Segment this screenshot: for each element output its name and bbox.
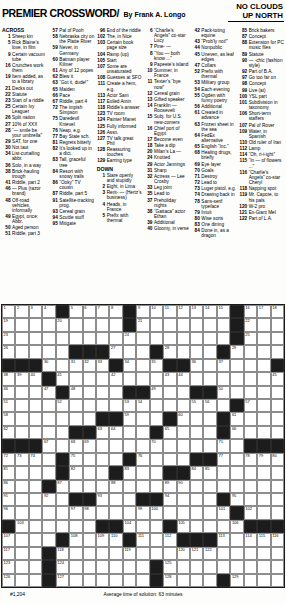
white-square-r9c19[interactable] bbox=[244, 412, 257, 425]
white-square-r15c16[interactable] bbox=[203, 493, 216, 506]
white-square-r17c11[interactable] bbox=[136, 520, 149, 533]
white-square-r8c6[interactable] bbox=[69, 399, 82, 412]
white-square-r4c2[interactable] bbox=[15, 345, 28, 358]
white-square-r8c3[interactable] bbox=[29, 399, 42, 412]
white-square-r19c16[interactable]: 122 bbox=[203, 547, 216, 560]
white-square-r9c1[interactable]: 58 bbox=[2, 412, 15, 425]
white-square-r17c7[interactable] bbox=[83, 520, 96, 533]
white-square-r1c7[interactable]: 6 bbox=[83, 305, 96, 318]
white-square-r5c20[interactable] bbox=[257, 359, 270, 372]
white-square-r21c19[interactable] bbox=[244, 574, 257, 587]
white-square-r4c11[interactable] bbox=[136, 345, 149, 358]
white-square-r16c12[interactable]: 100 bbox=[150, 506, 163, 519]
white-square-r19c11[interactable] bbox=[136, 547, 149, 560]
white-square-r15c4[interactable]: 92 bbox=[42, 493, 55, 506]
white-square-r20c14[interactable] bbox=[177, 560, 190, 573]
white-square-r11c16[interactable] bbox=[203, 439, 216, 452]
white-square-r2c21[interactable] bbox=[271, 318, 284, 331]
white-square-r3c14[interactable] bbox=[177, 332, 190, 345]
white-square-r16c21[interactable] bbox=[271, 506, 284, 519]
white-square-r15c1[interactable]: 91 bbox=[2, 493, 15, 506]
white-square-r17c18[interactable]: 106 bbox=[230, 520, 243, 533]
white-square-r12c14[interactable] bbox=[177, 453, 190, 466]
white-square-r11c8[interactable] bbox=[96, 439, 109, 452]
white-square-r4c3[interactable] bbox=[29, 345, 42, 358]
white-square-r13c20[interactable] bbox=[257, 466, 270, 479]
white-square-r10c9[interactable]: 64 bbox=[109, 426, 122, 439]
white-square-r8c5[interactable]: 52 bbox=[56, 399, 69, 412]
white-square-r10c18[interactable]: 66 bbox=[230, 426, 243, 439]
white-square-r16c1[interactable]: 96 bbox=[2, 506, 15, 519]
white-square-r3c15[interactable] bbox=[190, 332, 203, 345]
white-square-r11c12[interactable]: 70 bbox=[150, 439, 163, 452]
white-square-r3c12[interactable] bbox=[150, 332, 163, 345]
white-square-r9c20[interactable] bbox=[257, 412, 270, 425]
white-square-r21c11[interactable] bbox=[136, 574, 149, 587]
white-square-r1c16[interactable]: 14 bbox=[203, 305, 216, 318]
white-square-r14c11[interactable] bbox=[136, 480, 149, 493]
white-square-r3c7[interactable] bbox=[83, 332, 96, 345]
white-square-r19c7[interactable] bbox=[83, 547, 96, 560]
white-square-r2c7[interactable] bbox=[83, 318, 96, 331]
white-square-r14c8[interactable] bbox=[96, 480, 109, 493]
white-square-r11c7[interactable]: 69 bbox=[83, 439, 96, 452]
white-square-r20c9[interactable] bbox=[109, 560, 122, 573]
white-square-r18c11[interactable]: 111 bbox=[136, 533, 149, 546]
white-square-r2c6[interactable] bbox=[69, 318, 82, 331]
white-square-r6c20[interactable] bbox=[257, 372, 270, 385]
white-square-r8c10[interactable]: 53 bbox=[123, 399, 136, 412]
white-square-r21c10[interactable] bbox=[123, 574, 136, 587]
white-square-r17c5[interactable] bbox=[56, 520, 69, 533]
white-square-r10c5[interactable] bbox=[56, 426, 69, 439]
white-square-r10c21[interactable] bbox=[271, 426, 284, 439]
white-square-r7c4[interactable]: 47 bbox=[42, 386, 55, 399]
white-square-r19c8[interactable] bbox=[96, 547, 109, 560]
white-square-r3c20[interactable] bbox=[257, 332, 270, 345]
white-square-r18c3[interactable] bbox=[29, 533, 42, 546]
white-square-r20c5[interactable]: 124 bbox=[56, 560, 69, 573]
white-square-r8c15[interactable]: 55 bbox=[190, 399, 203, 412]
white-square-r17c12[interactable] bbox=[150, 520, 163, 533]
white-square-r3c5[interactable] bbox=[56, 332, 69, 345]
white-square-r8c4[interactable] bbox=[42, 399, 55, 412]
white-square-r13c17[interactable] bbox=[217, 466, 230, 479]
white-square-r19c21[interactable] bbox=[271, 547, 284, 560]
white-square-r16c9[interactable] bbox=[109, 506, 122, 519]
white-square-r2c4[interactable] bbox=[42, 318, 55, 331]
white-square-r4c9[interactable]: 27 bbox=[109, 345, 122, 358]
white-square-r8c19[interactable]: 57 bbox=[244, 399, 257, 412]
white-square-r3c16[interactable] bbox=[203, 332, 216, 345]
white-square-r11c11[interactable] bbox=[136, 439, 149, 452]
white-square-r9c11[interactable] bbox=[136, 412, 149, 425]
white-square-r6c16[interactable] bbox=[203, 372, 216, 385]
white-square-r18c12[interactable] bbox=[150, 533, 163, 546]
white-square-r16c4[interactable] bbox=[42, 506, 55, 519]
white-square-r6c18[interactable] bbox=[230, 372, 243, 385]
white-square-r12c3[interactable]: 74 bbox=[29, 453, 42, 466]
white-square-r1c3[interactable]: 3 bbox=[29, 305, 42, 318]
white-square-r13c8[interactable] bbox=[96, 466, 109, 479]
white-square-r17c2[interactable]: 103 bbox=[15, 520, 28, 533]
white-square-r20c17[interactable] bbox=[217, 560, 230, 573]
white-square-r15c3[interactable] bbox=[29, 493, 42, 506]
white-square-r18c6[interactable]: 108 bbox=[69, 533, 82, 546]
white-square-r6c5[interactable]: 41 bbox=[56, 372, 69, 385]
white-square-r14c21[interactable] bbox=[271, 480, 284, 493]
white-square-r17c17[interactable] bbox=[217, 520, 230, 533]
white-square-r1c4[interactable]: 4 bbox=[42, 305, 55, 318]
white-square-r11c13[interactable] bbox=[163, 439, 176, 452]
white-square-r16c3[interactable] bbox=[29, 506, 42, 519]
white-square-r9c7[interactable] bbox=[83, 412, 96, 425]
white-square-r6c2[interactable]: 39 bbox=[15, 372, 28, 385]
white-square-r15c15[interactable] bbox=[190, 493, 203, 506]
white-square-r13c10[interactable]: 83 bbox=[123, 466, 136, 479]
white-square-r8c12[interactable] bbox=[150, 399, 163, 412]
white-square-r14c6[interactable] bbox=[69, 480, 82, 493]
white-square-r12c1[interactable]: 72 bbox=[2, 453, 15, 466]
white-square-r4c19[interactable] bbox=[244, 345, 257, 358]
white-square-r14c3[interactable] bbox=[29, 480, 42, 493]
white-square-r5c8[interactable]: 33 bbox=[96, 359, 109, 372]
white-square-r20c7[interactable] bbox=[83, 560, 96, 573]
white-square-r6c10[interactable] bbox=[123, 372, 136, 385]
white-square-r13c15[interactable]: 84 bbox=[190, 466, 203, 479]
white-square-r21c16[interactable] bbox=[203, 574, 216, 587]
white-square-r1c11[interactable]: 9 bbox=[136, 305, 149, 318]
white-square-r6c3[interactable]: 40 bbox=[29, 372, 42, 385]
white-square-r9c4[interactable] bbox=[42, 412, 55, 425]
white-square-r15c5[interactable] bbox=[56, 493, 69, 506]
white-square-r7c18[interactable] bbox=[230, 386, 243, 399]
white-square-r18c2[interactable] bbox=[15, 533, 28, 546]
white-square-r14c1[interactable]: 86 bbox=[2, 480, 15, 493]
white-square-r6c8[interactable] bbox=[96, 372, 109, 385]
white-square-r19c6[interactable] bbox=[69, 547, 82, 560]
white-square-r21c1[interactable]: 126 bbox=[2, 574, 15, 587]
white-square-r3c9[interactable] bbox=[109, 332, 122, 345]
white-square-r13c6[interactable]: 82 bbox=[69, 466, 82, 479]
white-square-r12c11[interactable]: 76 bbox=[136, 453, 149, 466]
white-square-r14c20[interactable] bbox=[257, 480, 270, 493]
white-square-r5c10[interactable]: 34 bbox=[123, 359, 136, 372]
white-square-r1c21[interactable]: 18 bbox=[271, 305, 284, 318]
white-square-r3c10[interactable]: 24 bbox=[123, 332, 136, 345]
white-square-r15c2[interactable] bbox=[15, 493, 28, 506]
white-square-r18c18[interactable] bbox=[230, 533, 243, 546]
white-square-r13c3[interactable] bbox=[29, 466, 42, 479]
white-square-r14c10[interactable] bbox=[123, 480, 136, 493]
white-square-r7c17[interactable]: 50 bbox=[217, 386, 230, 399]
white-square-r2c20[interactable] bbox=[257, 318, 270, 331]
white-square-r21c9[interactable] bbox=[109, 574, 122, 587]
white-square-r11c18[interactable] bbox=[230, 439, 243, 452]
white-square-r1c14[interactable]: 12 bbox=[177, 305, 190, 318]
white-square-r5c12[interactable]: 35 bbox=[150, 359, 163, 372]
white-square-r9c10[interactable]: 59 bbox=[123, 412, 136, 425]
white-square-r9c6[interactable] bbox=[69, 412, 82, 425]
white-square-r2c15[interactable] bbox=[190, 318, 203, 331]
white-square-r18c20[interactable]: 115 bbox=[257, 533, 270, 546]
white-square-r4c14[interactable] bbox=[177, 345, 190, 358]
white-square-r21c14[interactable] bbox=[177, 574, 190, 587]
white-square-r4c21[interactable] bbox=[271, 345, 284, 358]
white-square-r11c14[interactable] bbox=[177, 439, 190, 452]
white-square-r8c9[interactable] bbox=[109, 399, 122, 412]
white-square-r7c14[interactable] bbox=[177, 386, 190, 399]
white-square-r15c10[interactable] bbox=[123, 493, 136, 506]
white-square-r4c5[interactable] bbox=[56, 345, 69, 358]
white-square-r9c3[interactable] bbox=[29, 412, 42, 425]
white-square-r8c8[interactable] bbox=[96, 399, 109, 412]
white-square-r12c17[interactable]: 77 bbox=[217, 453, 230, 466]
white-square-r16c7[interactable]: 98 bbox=[83, 506, 96, 519]
white-square-r1c20[interactable]: 17 bbox=[257, 305, 270, 318]
white-square-r7c1[interactable]: 46 bbox=[2, 386, 15, 399]
white-square-r21c18[interactable]: 129 bbox=[230, 574, 243, 587]
white-square-r10c15[interactable] bbox=[190, 426, 203, 439]
white-square-r20c11[interactable] bbox=[136, 560, 149, 573]
white-square-r9c16[interactable] bbox=[203, 412, 216, 425]
white-square-r13c19[interactable] bbox=[244, 466, 257, 479]
white-square-r14c19[interactable] bbox=[244, 480, 257, 493]
white-square-r12c21[interactable]: 80 bbox=[271, 453, 284, 466]
white-square-r6c13[interactable]: 43 bbox=[163, 372, 176, 385]
white-square-r6c14[interactable]: 44 bbox=[177, 372, 190, 385]
white-square-r2c2[interactable] bbox=[15, 318, 28, 331]
white-square-r14c12[interactable] bbox=[150, 480, 163, 493]
white-square-r6c11[interactable] bbox=[136, 372, 149, 385]
white-square-r20c15[interactable] bbox=[190, 560, 203, 573]
white-square-r15c20[interactable] bbox=[257, 493, 270, 506]
white-square-r10c11[interactable] bbox=[136, 426, 149, 439]
white-square-r12c8[interactable] bbox=[96, 453, 109, 466]
white-square-r8c14[interactable] bbox=[177, 399, 190, 412]
white-square-r5c18[interactable] bbox=[230, 359, 243, 372]
white-square-r17c14[interactable]: 105 bbox=[177, 520, 190, 533]
white-square-r13c21[interactable] bbox=[271, 466, 284, 479]
white-square-r11c17[interactable]: 71 bbox=[217, 439, 230, 452]
white-square-r2c17[interactable] bbox=[217, 318, 230, 331]
white-square-r8c20[interactable] bbox=[257, 399, 270, 412]
white-square-r19c9[interactable] bbox=[109, 547, 122, 560]
white-square-r12c12[interactable] bbox=[150, 453, 163, 466]
white-square-r18c21[interactable]: 116 bbox=[271, 533, 284, 546]
white-square-r3c13[interactable] bbox=[163, 332, 176, 345]
white-square-r5c4[interactable]: 30 bbox=[42, 359, 55, 372]
white-square-r21c8[interactable] bbox=[96, 574, 109, 587]
white-square-r11c6[interactable]: 68 bbox=[69, 439, 82, 452]
white-square-r12c6[interactable]: 75 bbox=[69, 453, 82, 466]
white-square-r8c7[interactable] bbox=[83, 399, 96, 412]
white-square-r16c6[interactable]: 97 bbox=[69, 506, 82, 519]
white-square-r20c20[interactable] bbox=[257, 560, 270, 573]
white-square-r4c20[interactable] bbox=[257, 345, 270, 358]
white-square-r7c6[interactable]: 48 bbox=[69, 386, 82, 399]
white-square-r3c2[interactable] bbox=[15, 332, 28, 345]
white-square-r5c11[interactable] bbox=[136, 359, 149, 372]
white-square-r7c2[interactable] bbox=[15, 386, 28, 399]
white-square-r16c17[interactable]: 101 bbox=[217, 506, 230, 519]
white-square-r12c19[interactable]: 78 bbox=[244, 453, 257, 466]
white-square-r21c5[interactable]: 127 bbox=[56, 574, 69, 587]
white-square-r7c19[interactable] bbox=[244, 386, 257, 399]
white-square-r6c19[interactable] bbox=[244, 372, 257, 385]
white-square-r19c17[interactable] bbox=[217, 547, 230, 560]
white-square-r16c5[interactable] bbox=[56, 506, 69, 519]
white-square-r19c2[interactable] bbox=[15, 547, 28, 560]
white-square-r2c1[interactable]: 19 bbox=[2, 318, 15, 331]
white-square-r2c11[interactable]: 21 bbox=[136, 318, 149, 331]
white-square-r10c8[interactable]: 63 bbox=[96, 426, 109, 439]
white-square-r3c1[interactable]: 23 bbox=[2, 332, 15, 345]
white-square-r13c2[interactable] bbox=[15, 466, 28, 479]
white-square-r9c18[interactable]: 61 bbox=[230, 412, 243, 425]
white-square-r20c3[interactable] bbox=[29, 560, 42, 573]
white-square-r3c6[interactable] bbox=[69, 332, 82, 345]
white-square-r9c12[interactable] bbox=[150, 412, 163, 425]
white-square-r7c13[interactable] bbox=[163, 386, 176, 399]
white-square-r12c13[interactable] bbox=[163, 453, 176, 466]
white-square-r2c13[interactable] bbox=[163, 318, 176, 331]
white-square-r1c2[interactable]: 2 bbox=[15, 305, 28, 318]
white-square-r12c7[interactable] bbox=[83, 453, 96, 466]
white-square-r4c13[interactable]: 28 bbox=[163, 345, 176, 358]
white-square-r15c21[interactable] bbox=[271, 493, 284, 506]
white-square-r7c9[interactable] bbox=[109, 386, 122, 399]
white-square-r1c6[interactable]: 5 bbox=[69, 305, 82, 318]
white-square-r13c18[interactable] bbox=[230, 466, 243, 479]
white-square-r17c16[interactable] bbox=[203, 520, 216, 533]
white-square-r14c17[interactable] bbox=[217, 480, 230, 493]
white-square-r1c12[interactable]: 10 bbox=[150, 305, 163, 318]
white-square-r19c20[interactable] bbox=[257, 547, 270, 560]
white-square-r16c14[interactable] bbox=[177, 506, 190, 519]
white-square-r4c18[interactable]: 29 bbox=[230, 345, 243, 358]
white-square-r3c19[interactable]: 25 bbox=[244, 332, 257, 345]
white-square-r9c21[interactable] bbox=[271, 412, 284, 425]
white-square-r13c16[interactable]: 85 bbox=[203, 466, 216, 479]
white-square-r15c19[interactable] bbox=[244, 493, 257, 506]
white-square-r21c21[interactable] bbox=[271, 574, 284, 587]
white-square-r5c6[interactable]: 31 bbox=[69, 359, 82, 372]
white-square-r6c1[interactable]: 38 bbox=[2, 372, 15, 385]
white-square-r13c4[interactable] bbox=[42, 466, 55, 479]
white-square-r3c4[interactable] bbox=[42, 332, 55, 345]
white-square-r3c11[interactable] bbox=[136, 332, 149, 345]
white-square-r5c16[interactable] bbox=[203, 359, 216, 372]
white-square-r21c6[interactable] bbox=[69, 574, 82, 587]
white-square-r19c14[interactable]: 120 bbox=[177, 547, 190, 560]
white-square-r4c4[interactable] bbox=[42, 345, 55, 358]
white-square-r14c14[interactable]: 90 bbox=[177, 480, 190, 493]
white-square-r10c3[interactable] bbox=[29, 426, 42, 439]
white-square-r8c13[interactable] bbox=[163, 399, 176, 412]
white-square-r2c5[interactable]: 20 bbox=[56, 318, 69, 331]
white-square-r3c17[interactable] bbox=[217, 332, 230, 345]
white-square-r10c14[interactable] bbox=[177, 426, 190, 439]
white-square-r18c8[interactable]: 109 bbox=[96, 533, 109, 546]
white-square-r16c19[interactable]: 102 bbox=[244, 506, 257, 519]
white-square-r18c9[interactable]: 110 bbox=[109, 533, 122, 546]
white-square-r18c7[interactable] bbox=[83, 533, 96, 546]
white-square-r21c15[interactable] bbox=[190, 574, 203, 587]
white-square-r11c15[interactable] bbox=[190, 439, 203, 452]
white-square-r21c13[interactable]: 128 bbox=[163, 574, 176, 587]
white-square-r7c3[interactable] bbox=[29, 386, 42, 399]
white-square-r2c14[interactable] bbox=[177, 318, 190, 331]
white-square-r4c1[interactable]: 26 bbox=[2, 345, 15, 358]
white-square-r9c14[interactable]: 60 bbox=[177, 412, 190, 425]
white-square-r14c9[interactable]: 88 bbox=[109, 480, 122, 493]
white-square-r14c18[interactable] bbox=[230, 480, 243, 493]
white-square-r20c2[interactable] bbox=[15, 560, 28, 573]
white-square-r20c18[interactable] bbox=[230, 560, 243, 573]
white-square-r1c17[interactable]: 15 bbox=[217, 305, 230, 318]
white-square-r20c1[interactable]: 123 bbox=[2, 560, 15, 573]
white-square-r20c21[interactable] bbox=[271, 560, 284, 573]
white-square-r13c1[interactable]: 81 bbox=[2, 466, 15, 479]
white-square-r17c10[interactable]: 104 bbox=[123, 520, 136, 533]
white-square-r18c1[interactable]: 107 bbox=[2, 533, 15, 546]
white-square-r10c2[interactable] bbox=[15, 426, 28, 439]
white-square-r16c10[interactable] bbox=[123, 506, 136, 519]
white-square-r19c5[interactable]: 118 bbox=[56, 547, 69, 560]
white-square-r11c5[interactable] bbox=[56, 439, 69, 452]
white-square-r5c19[interactable] bbox=[244, 359, 257, 372]
white-square-r9c2[interactable] bbox=[15, 412, 28, 425]
white-square-r2c19[interactable]: 22 bbox=[244, 318, 257, 331]
white-square-r5c7[interactable]: 32 bbox=[83, 359, 96, 372]
white-square-r16c15[interactable] bbox=[190, 506, 203, 519]
white-square-r21c20[interactable] bbox=[257, 574, 270, 587]
white-square-r13c12[interactable] bbox=[150, 466, 163, 479]
white-square-r15c13[interactable]: 94 bbox=[163, 493, 176, 506]
white-square-r1c1[interactable]: 1 bbox=[2, 305, 15, 318]
white-square-r6c7[interactable] bbox=[83, 372, 96, 385]
white-square-r1c19[interactable]: 16 bbox=[244, 305, 257, 318]
white-square-r20c8[interactable] bbox=[96, 560, 109, 573]
white-square-r6c9[interactable]: 42 bbox=[109, 372, 122, 385]
white-square-r2c16[interactable] bbox=[203, 318, 216, 331]
white-square-r8c1[interactable]: 51 bbox=[2, 399, 15, 412]
white-square-r16c13[interactable] bbox=[163, 506, 176, 519]
white-square-r15c9[interactable] bbox=[109, 493, 122, 506]
white-square-r15c18[interactable]: 95 bbox=[230, 493, 243, 506]
white-square-r5c5[interactable] bbox=[56, 359, 69, 372]
white-square-r12c2[interactable]: 73 bbox=[15, 453, 28, 466]
white-square-r1c13[interactable]: 11 bbox=[163, 305, 176, 318]
white-square-r16c16[interactable] bbox=[203, 506, 216, 519]
white-square-r16c2[interactable] bbox=[15, 506, 28, 519]
white-square-r1c8[interactable]: 7 bbox=[96, 305, 109, 318]
white-square-r14c15[interactable] bbox=[190, 480, 203, 493]
white-square-r3c8[interactable] bbox=[96, 332, 109, 345]
white-square-r18c17[interactable]: 113 bbox=[217, 533, 230, 546]
white-square-r8c11[interactable]: 54 bbox=[136, 399, 149, 412]
white-square-r13c7[interactable] bbox=[83, 466, 96, 479]
white-square-r4c10[interactable] bbox=[123, 345, 136, 358]
white-square-r5c17[interactable]: 37 bbox=[217, 359, 230, 372]
white-square-r10c16[interactable] bbox=[203, 426, 216, 439]
white-square-r1c15[interactable]: 13 bbox=[190, 305, 203, 318]
white-square-r15c8[interactable]: 93 bbox=[96, 493, 109, 506]
white-square-r6c17[interactable] bbox=[217, 372, 230, 385]
white-square-r2c3[interactable] bbox=[29, 318, 42, 331]
white-square-r7c20[interactable] bbox=[257, 386, 270, 399]
